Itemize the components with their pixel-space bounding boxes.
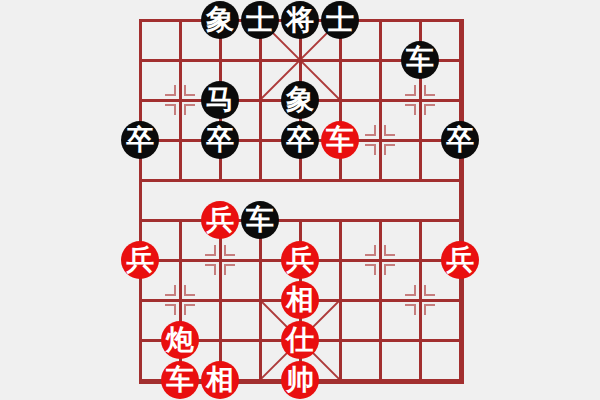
black-pawn[interactable]: 卒	[281, 121, 319, 159]
grid-line-v-edge	[139, 19, 142, 382]
position-marker-corner	[165, 304, 176, 315]
grid-line-v	[259, 219, 262, 382]
red-advisor[interactable]: 仕	[281, 321, 319, 359]
position-marker-corner	[365, 125, 376, 136]
board-border-right	[459, 19, 464, 384]
position-marker-corner	[424, 104, 435, 115]
red-chariot[interactable]: 车	[161, 361, 199, 399]
position-marker-corner	[405, 285, 416, 296]
black-pawn[interactable]: 卒	[441, 121, 479, 159]
grid-line-v	[219, 219, 222, 382]
red-general[interactable]: 帅	[281, 361, 319, 399]
black-advisor[interactable]: 士	[321, 1, 359, 39]
grid-line-v	[339, 219, 342, 382]
grid-line-v	[379, 19, 382, 182]
grid-line-v	[379, 219, 382, 382]
black-chariot[interactable]: 车	[241, 201, 279, 239]
black-horse[interactable]: 马	[201, 81, 239, 119]
position-marker-corner	[165, 104, 176, 115]
position-marker-corner	[384, 264, 395, 275]
position-marker-corner	[365, 245, 376, 256]
position-marker-corner	[184, 285, 195, 296]
grid-line-v	[419, 219, 422, 382]
black-elephant[interactable]: 象	[281, 81, 319, 119]
black-elephant[interactable]: 象	[201, 1, 239, 39]
position-marker-corner	[365, 264, 376, 275]
position-marker-corner	[384, 245, 395, 256]
xiangqi-board: 象士将士车马象卒卒卒车卒兵车兵兵兵相炮仕车相帅	[140, 20, 460, 380]
position-marker-corner	[224, 245, 235, 256]
black-advisor[interactable]: 士	[241, 1, 279, 39]
position-marker-corner	[165, 285, 176, 296]
red-pawn[interactable]: 兵	[281, 241, 319, 279]
red-pawn[interactable]: 兵	[121, 241, 159, 279]
position-marker-corner	[424, 85, 435, 96]
position-marker-corner	[424, 304, 435, 315]
position-marker-corner	[424, 285, 435, 296]
position-marker-corner	[384, 125, 395, 136]
black-pawn[interactable]: 卒	[121, 121, 159, 159]
black-chariot[interactable]: 车	[401, 41, 439, 79]
position-marker-corner	[365, 144, 376, 155]
position-marker-corner	[224, 264, 235, 275]
red-elephant[interactable]: 相	[201, 361, 239, 399]
position-marker-corner	[405, 85, 416, 96]
red-pawn[interactable]: 兵	[201, 201, 239, 239]
black-general[interactable]: 将	[281, 1, 319, 39]
red-chariot[interactable]: 车	[321, 121, 359, 159]
position-marker-corner	[205, 245, 216, 256]
position-marker-corner	[165, 85, 176, 96]
red-cannon[interactable]: 炮	[161, 321, 199, 359]
red-pawn[interactable]: 兵	[441, 241, 479, 279]
position-marker-corner	[384, 144, 395, 155]
position-marker-corner	[205, 264, 216, 275]
position-marker-corner	[405, 104, 416, 115]
black-pawn[interactable]: 卒	[201, 121, 239, 159]
grid-line-v	[179, 19, 182, 182]
grid-line-v	[259, 19, 262, 182]
xiangqi-screenshot: 象士将士车马象卒卒卒车卒兵车兵兵兵相炮仕车相帅	[0, 0, 600, 400]
position-marker-corner	[184, 85, 195, 96]
position-marker-corner	[405, 304, 416, 315]
position-marker-corner	[184, 104, 195, 115]
red-elephant[interactable]: 相	[281, 281, 319, 319]
position-marker-corner	[184, 304, 195, 315]
